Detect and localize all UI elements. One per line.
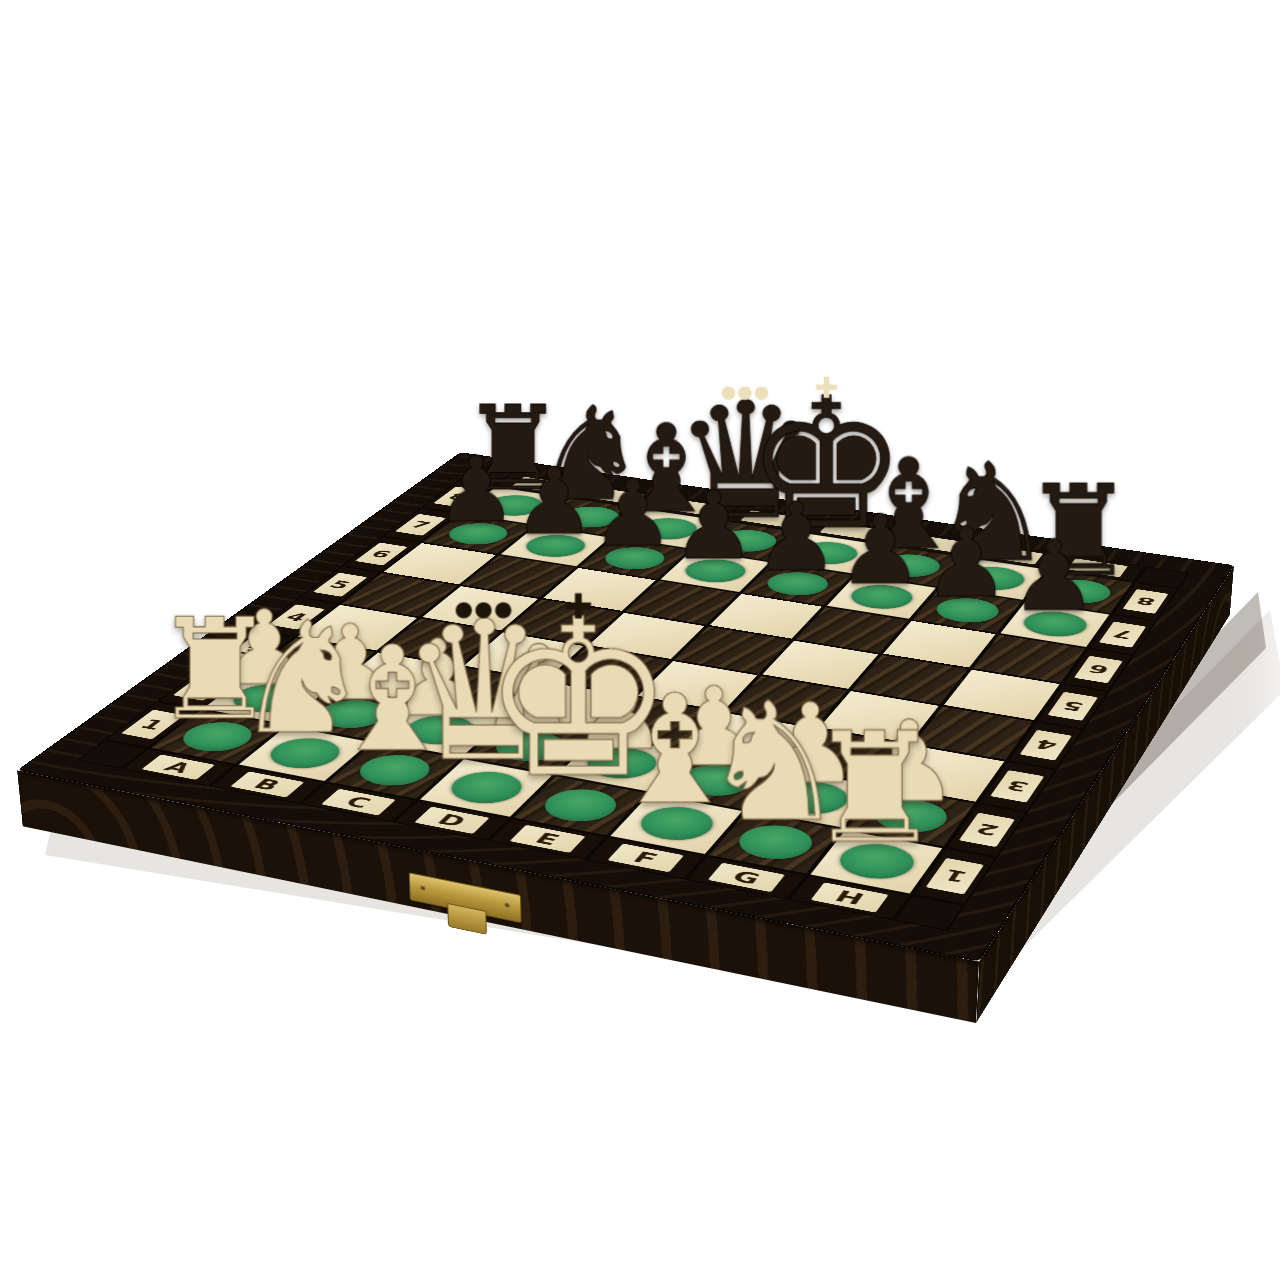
chess-piece-glyph: ♜ xyxy=(799,712,951,864)
file-label-c: C xyxy=(321,789,396,816)
chess-piece-glyph: ♟ xyxy=(587,467,680,560)
rank-label-7-right: 7 xyxy=(1099,622,1146,648)
latch-pin-right xyxy=(505,902,510,908)
chess-board: 8♜♞♝♛●●●♚✚♝♞♜87♟♟♟♟♟♟♟♟7665544332♟♟♟♟♟♟♟… xyxy=(17,452,1234,961)
rim-cell-rank-5-right: 5 xyxy=(1038,685,1107,729)
brass-latch[interactable] xyxy=(409,872,522,923)
chess-piece-glyph: ♟ xyxy=(832,503,927,598)
piece-black-pawn[interactable]: ♟ xyxy=(587,467,680,560)
product-photo-scene: 8♜♞♝♛●●●♚✚♝♞♜87♟♟♟♟♟♟♟♟7665544332♟♟♟♟♟♟♟… xyxy=(0,0,1280,1280)
rank-label-2-right: 2 xyxy=(959,813,1015,847)
latch-pin-left xyxy=(420,885,425,891)
square-h7[interactable]: ♟ xyxy=(1000,602,1109,647)
file-label-a: A xyxy=(142,754,215,779)
piece-black-pawn[interactable]: ♟ xyxy=(667,479,760,572)
chess-piece-glyph: ♟ xyxy=(667,479,760,572)
piece-black-pawn[interactable]: ♟ xyxy=(832,503,927,598)
rim-cell-file-a: A xyxy=(124,749,233,785)
rim-cell-file-b: B xyxy=(212,766,322,802)
piece-white-rook[interactable]: ♜ xyxy=(799,712,951,864)
rank-label-6-right: 6 xyxy=(1074,656,1123,683)
rank-label-4-right: 4 xyxy=(1020,730,1072,761)
piece-black-pawn[interactable]: ♟ xyxy=(749,491,843,585)
chess-piece-glyph: ♟ xyxy=(749,491,843,585)
piece-black-pawn[interactable]: ♟ xyxy=(1005,528,1102,625)
chess-piece-glyph: ♟ xyxy=(918,516,1014,612)
latch-tongue[interactable] xyxy=(447,903,487,935)
rank-label-5-right: 5 xyxy=(1048,692,1098,721)
file-label-b: B xyxy=(230,771,304,797)
rank-label-3-right: 3 xyxy=(990,770,1044,802)
chess-piece-glyph: ♟ xyxy=(1005,528,1102,625)
piece-black-pawn[interactable]: ♟ xyxy=(918,516,1014,612)
square-h6[interactable] xyxy=(973,635,1085,683)
